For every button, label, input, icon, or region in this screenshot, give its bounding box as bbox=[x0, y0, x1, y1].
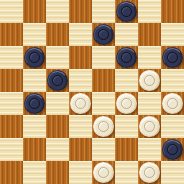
square-2[interactable] bbox=[69, 0, 92, 23]
square-light-r3c7 bbox=[161, 69, 184, 92]
square-22[interactable] bbox=[46, 115, 69, 138]
square-light-r7c1 bbox=[23, 161, 46, 184]
square-light-r7c7 bbox=[161, 161, 184, 184]
square-light-r0c6 bbox=[138, 0, 161, 23]
square-light-r7c5 bbox=[115, 161, 138, 184]
square-light-r6c0 bbox=[0, 138, 23, 161]
black-man[interactable]: ● bbox=[116, 47, 137, 68]
piece-disc-glyph: ● bbox=[48, 70, 66, 91]
black-man[interactable]: ● bbox=[47, 70, 68, 91]
square-light-r0c2 bbox=[46, 0, 69, 23]
piece-disc-glyph: ● bbox=[163, 47, 181, 68]
square-27[interactable] bbox=[115, 138, 138, 161]
white-man[interactable]: ● bbox=[139, 70, 160, 91]
piece-disc-glyph: ● bbox=[163, 139, 181, 160]
square-29[interactable] bbox=[0, 161, 23, 184]
checkers-board: ●●●●●●●●●●●●●●●● bbox=[0, 0, 184, 184]
piece-disc-glyph: ● bbox=[140, 162, 158, 183]
piece-disc-glyph: ● bbox=[71, 93, 89, 114]
square-light-r5c3 bbox=[69, 115, 92, 138]
square-15[interactable] bbox=[92, 69, 115, 92]
square-1[interactable] bbox=[23, 0, 46, 23]
piece-disc-glyph: ● bbox=[117, 1, 135, 22]
square-18[interactable]: ● bbox=[69, 92, 92, 115]
square-light-r4c2 bbox=[46, 92, 69, 115]
square-light-r4c4 bbox=[92, 92, 115, 115]
square-19[interactable]: ● bbox=[115, 92, 138, 115]
black-man[interactable]: ● bbox=[24, 93, 45, 114]
square-light-r2c2 bbox=[46, 46, 69, 69]
square-light-r3c3 bbox=[69, 69, 92, 92]
piece-disc-glyph: ● bbox=[25, 47, 43, 68]
piece-disc-glyph: ● bbox=[140, 70, 158, 91]
square-light-r6c4 bbox=[92, 138, 115, 161]
black-man[interactable]: ● bbox=[116, 1, 137, 22]
piece-disc-glyph: ● bbox=[163, 93, 181, 114]
black-man[interactable]: ● bbox=[162, 139, 183, 160]
square-light-r1c3 bbox=[69, 23, 92, 46]
square-9[interactable]: ● bbox=[23, 46, 46, 69]
piece-disc-glyph: ● bbox=[117, 93, 135, 114]
square-30[interactable] bbox=[46, 161, 69, 184]
square-31[interactable]: ● bbox=[92, 161, 115, 184]
black-man[interactable]: ● bbox=[24, 47, 45, 68]
square-light-r1c5 bbox=[115, 23, 138, 46]
square-light-r2c4 bbox=[92, 46, 115, 69]
square-light-r2c6 bbox=[138, 46, 161, 69]
square-21[interactable] bbox=[0, 115, 23, 138]
square-20[interactable]: ● bbox=[161, 92, 184, 115]
square-light-r5c5 bbox=[115, 115, 138, 138]
square-28[interactable]: ● bbox=[161, 138, 184, 161]
white-man[interactable]: ● bbox=[116, 93, 137, 114]
white-man[interactable]: ● bbox=[162, 93, 183, 114]
square-light-r3c5 bbox=[115, 69, 138, 92]
square-light-r4c6 bbox=[138, 92, 161, 115]
square-light-r0c4 bbox=[92, 0, 115, 23]
white-man[interactable]: ● bbox=[139, 116, 160, 137]
square-24[interactable]: ● bbox=[138, 115, 161, 138]
square-10[interactable] bbox=[69, 46, 92, 69]
square-8[interactable] bbox=[138, 23, 161, 46]
square-light-r5c7 bbox=[161, 115, 184, 138]
square-light-r7c3 bbox=[69, 161, 92, 184]
white-man[interactable]: ● bbox=[93, 162, 114, 183]
piece-disc-glyph: ● bbox=[94, 116, 112, 137]
square-light-r6c6 bbox=[138, 138, 161, 161]
piece-disc-glyph: ● bbox=[117, 47, 135, 68]
square-23[interactable]: ● bbox=[92, 115, 115, 138]
square-12[interactable]: ● bbox=[161, 46, 184, 69]
white-man[interactable]: ● bbox=[70, 93, 91, 114]
square-7[interactable]: ● bbox=[92, 23, 115, 46]
square-light-r5c1 bbox=[23, 115, 46, 138]
square-25[interactable] bbox=[23, 138, 46, 161]
black-man[interactable]: ● bbox=[162, 47, 183, 68]
square-14[interactable]: ● bbox=[46, 69, 69, 92]
square-light-r2c0 bbox=[0, 46, 23, 69]
square-6[interactable] bbox=[46, 23, 69, 46]
square-4[interactable] bbox=[161, 0, 184, 23]
square-5[interactable] bbox=[0, 23, 23, 46]
square-light-r1c1 bbox=[23, 23, 46, 46]
square-16[interactable]: ● bbox=[138, 69, 161, 92]
piece-disc-glyph: ● bbox=[94, 162, 112, 183]
square-11[interactable]: ● bbox=[115, 46, 138, 69]
white-man[interactable]: ● bbox=[139, 162, 160, 183]
square-32[interactable]: ● bbox=[138, 161, 161, 184]
white-man[interactable]: ● bbox=[93, 116, 114, 137]
piece-disc-glyph: ● bbox=[140, 116, 158, 137]
black-man[interactable]: ● bbox=[93, 24, 114, 45]
square-26[interactable] bbox=[69, 138, 92, 161]
square-light-r6c2 bbox=[46, 138, 69, 161]
piece-disc-glyph: ● bbox=[94, 24, 112, 45]
square-light-r4c0 bbox=[0, 92, 23, 115]
square-3[interactable]: ● bbox=[115, 0, 138, 23]
square-light-r0c0 bbox=[0, 0, 23, 23]
square-17[interactable]: ● bbox=[23, 92, 46, 115]
square-light-r3c1 bbox=[23, 69, 46, 92]
piece-disc-glyph: ● bbox=[25, 93, 43, 114]
square-light-r1c7 bbox=[161, 23, 184, 46]
square-13[interactable] bbox=[0, 69, 23, 92]
